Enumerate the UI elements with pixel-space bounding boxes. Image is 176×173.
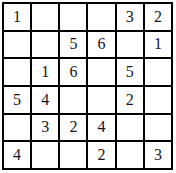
cell-r4c2-given: 4 xyxy=(32,87,58,113)
cell-r2c5-empty[interactable] xyxy=(117,32,143,58)
cell-r1c3-empty[interactable] xyxy=(60,4,86,30)
cell-r4c5-given: 2 xyxy=(117,87,143,113)
cell-r2c4-given: 6 xyxy=(88,32,114,58)
cell-r3c1-empty[interactable] xyxy=(4,59,30,85)
cell-r5c6-empty[interactable] xyxy=(145,115,171,141)
cell-r2c2-empty[interactable] xyxy=(32,32,58,58)
cell-r3c5-given: 5 xyxy=(117,59,143,85)
cell-r4c4-empty[interactable] xyxy=(88,87,114,113)
cell-r1c2-empty[interactable] xyxy=(32,4,58,30)
cell-r5c2-given: 3 xyxy=(32,115,58,141)
cell-r5c3-given: 2 xyxy=(60,115,86,141)
cell-r1c6-given: 2 xyxy=(145,4,171,30)
cell-r2c1-empty[interactable] xyxy=(4,32,30,58)
cell-r1c5-given: 3 xyxy=(117,4,143,30)
cell-r4c6-empty[interactable] xyxy=(145,87,171,113)
cell-r6c3-empty[interactable] xyxy=(60,142,86,168)
cell-r6c2-empty[interactable] xyxy=(32,142,58,168)
cell-r6c1-given: 4 xyxy=(4,142,30,168)
cell-r2c6-given: 1 xyxy=(145,32,171,58)
cell-r3c4-empty[interactable] xyxy=(88,59,114,85)
cell-r4c3-empty[interactable] xyxy=(60,87,86,113)
cell-r5c4-given: 4 xyxy=(88,115,114,141)
cell-r3c6-empty[interactable] xyxy=(145,59,171,85)
cell-r3c3-given: 6 xyxy=(60,59,86,85)
sudoku-board: 132561165542324423 xyxy=(2,2,173,170)
cell-r6c5-empty[interactable] xyxy=(117,142,143,168)
cell-r1c4-empty[interactable] xyxy=(88,4,114,30)
cell-r5c5-empty[interactable] xyxy=(117,115,143,141)
cell-r5c1-empty[interactable] xyxy=(4,115,30,141)
cell-r6c4-given: 2 xyxy=(88,142,114,168)
cell-r6c6-given: 3 xyxy=(145,142,171,168)
cell-r1c1-given: 1 xyxy=(4,4,30,30)
cell-r3c2-given: 1 xyxy=(32,59,58,85)
cell-r4c1-given: 5 xyxy=(4,87,30,113)
cell-r2c3-given: 5 xyxy=(60,32,86,58)
